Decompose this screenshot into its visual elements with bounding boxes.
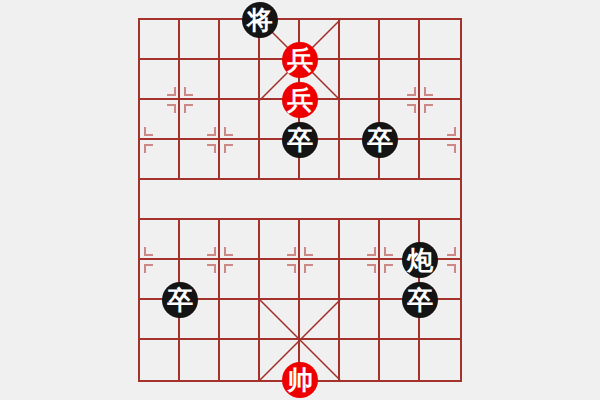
piece-black-zu-4[interactable]: 卒 [402, 282, 438, 318]
piece-red-shuai[interactable]: 帅 [282, 362, 318, 398]
position-marker [447, 127, 456, 136]
board-cell [220, 300, 260, 340]
piece-red-bing-2[interactable]: 兵 [282, 82, 318, 118]
position-marker [424, 104, 433, 113]
board-cell [340, 60, 380, 100]
position-marker [224, 144, 233, 153]
board-cell [140, 180, 180, 220]
board-cell [340, 300, 380, 340]
position-marker [224, 247, 233, 256]
position-marker [207, 144, 216, 153]
position-marker [287, 264, 296, 273]
position-marker [304, 247, 313, 256]
position-marker [367, 264, 376, 273]
board-cell [180, 340, 220, 380]
piece-black-jiang[interactable]: 将 [242, 2, 278, 38]
position-marker [167, 104, 176, 113]
board-cell [300, 300, 340, 340]
board-cell [180, 20, 220, 60]
board-cell [220, 340, 260, 380]
board-cell [180, 180, 220, 220]
piece-black-zu-3[interactable]: 卒 [162, 282, 198, 318]
board-cell [340, 20, 380, 60]
position-marker [224, 127, 233, 136]
board-cell [420, 180, 460, 220]
position-marker [144, 247, 153, 256]
position-marker [184, 87, 193, 96]
board-cell [220, 180, 260, 220]
position-marker [207, 264, 216, 273]
board-cell [140, 20, 180, 60]
position-marker [207, 247, 216, 256]
board-cell [380, 340, 420, 380]
piece-black-zu-1[interactable]: 卒 [282, 122, 318, 158]
position-marker [304, 264, 313, 273]
board-cell [340, 180, 380, 220]
position-marker [287, 247, 296, 256]
board-cell [260, 300, 300, 340]
piece-black-zu-2[interactable]: 卒 [362, 122, 398, 158]
board-cell [300, 180, 340, 220]
position-marker [144, 144, 153, 153]
board-cell [380, 180, 420, 220]
position-marker [384, 264, 393, 273]
board-cell [140, 340, 180, 380]
position-marker [407, 87, 416, 96]
board-cell [420, 20, 460, 60]
piece-red-bing-1[interactable]: 兵 [282, 42, 318, 78]
position-marker [407, 104, 416, 113]
page-background: { "game": "xiangqi", "position": "3k5/4P… [0, 0, 600, 400]
xiangqi-board[interactable]: 将兵兵卒卒炮卒卒帅 [138, 18, 462, 382]
board-cell [260, 180, 300, 220]
position-marker [144, 127, 153, 136]
position-marker [224, 264, 233, 273]
board-cell [380, 20, 420, 60]
board-cell [220, 60, 260, 100]
position-marker [447, 144, 456, 153]
position-marker [384, 247, 393, 256]
position-marker [447, 264, 456, 273]
board-cell [420, 340, 460, 380]
piece-black-pao[interactable]: 炮 [402, 242, 438, 278]
position-marker [144, 264, 153, 273]
position-marker [367, 247, 376, 256]
board-cell [340, 340, 380, 380]
position-marker [207, 127, 216, 136]
position-marker [167, 87, 176, 96]
position-marker [447, 247, 456, 256]
position-marker [184, 104, 193, 113]
position-marker [424, 87, 433, 96]
